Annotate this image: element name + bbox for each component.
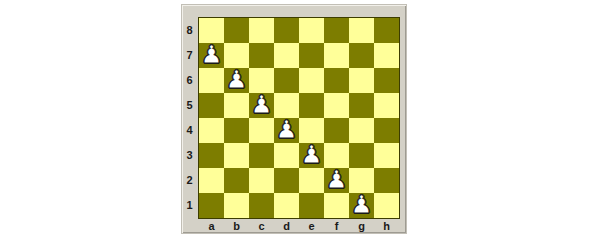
square-f8[interactable] — [324, 18, 349, 43]
square-h5[interactable] — [374, 93, 399, 118]
square-b6[interactable]: ♟ — [224, 68, 249, 93]
square-g6[interactable] — [349, 68, 374, 93]
square-b2[interactable] — [224, 168, 249, 193]
square-g8[interactable] — [349, 18, 374, 43]
square-e5[interactable] — [299, 93, 324, 118]
white-pawn[interactable]: ♟ — [249, 90, 274, 118]
white-pawn[interactable]: ♟ — [274, 115, 299, 143]
rank-labels: 87654321 — [182, 18, 198, 218]
file-label-f: f — [324, 219, 349, 234]
square-g1[interactable]: ♟ — [349, 193, 374, 218]
rank-label-7: 7 — [182, 43, 197, 68]
square-c2[interactable] — [249, 168, 274, 193]
square-e1[interactable] — [299, 193, 324, 218]
square-e8[interactable] — [299, 18, 324, 43]
file-label-e: e — [299, 219, 324, 234]
square-f2[interactable]: ♟ — [324, 168, 349, 193]
rank-label-6: 6 — [182, 68, 197, 93]
white-pawn[interactable]: ♟ — [199, 40, 224, 68]
square-h6[interactable] — [374, 68, 399, 93]
file-label-b: b — [224, 219, 249, 234]
square-b4[interactable] — [224, 118, 249, 143]
file-label-d: d — [274, 219, 299, 234]
square-d6[interactable] — [274, 68, 299, 93]
square-c5[interactable]: ♟ — [249, 93, 274, 118]
rank-label-8: 8 — [182, 18, 197, 43]
square-a4[interactable] — [199, 118, 224, 143]
square-f5[interactable] — [324, 93, 349, 118]
square-a7[interactable]: ♟ — [199, 43, 224, 68]
rank-label-3: 3 — [182, 143, 197, 168]
square-h3[interactable] — [374, 143, 399, 168]
square-d1[interactable] — [274, 193, 299, 218]
white-pawn[interactable]: ♟ — [349, 190, 374, 218]
square-f4[interactable] — [324, 118, 349, 143]
white-pawn[interactable]: ♟ — [299, 140, 324, 168]
square-c7[interactable] — [249, 43, 274, 68]
square-h2[interactable] — [374, 168, 399, 193]
square-a1[interactable] — [199, 193, 224, 218]
square-e7[interactable] — [299, 43, 324, 68]
rank-label-4: 4 — [182, 118, 197, 143]
file-label-g: g — [349, 219, 374, 234]
square-a5[interactable] — [199, 93, 224, 118]
square-h1[interactable] — [374, 193, 399, 218]
square-f7[interactable] — [324, 43, 349, 68]
square-d2[interactable] — [274, 168, 299, 193]
square-g7[interactable] — [349, 43, 374, 68]
white-pawn[interactable]: ♟ — [324, 165, 349, 193]
file-label-h: h — [374, 219, 399, 234]
square-e2[interactable] — [299, 168, 324, 193]
square-b1[interactable] — [224, 193, 249, 218]
square-a2[interactable] — [199, 168, 224, 193]
square-g3[interactable] — [349, 143, 374, 168]
square-a3[interactable] — [199, 143, 224, 168]
square-h8[interactable] — [374, 18, 399, 43]
square-c1[interactable] — [249, 193, 274, 218]
square-b3[interactable] — [224, 143, 249, 168]
rank-label-5: 5 — [182, 93, 197, 118]
square-e3[interactable]: ♟ — [299, 143, 324, 168]
file-labels: abcdefgh — [199, 219, 399, 234]
file-label-c: c — [249, 219, 274, 234]
square-d4[interactable]: ♟ — [274, 118, 299, 143]
square-g5[interactable] — [349, 93, 374, 118]
white-pawn[interactable]: ♟ — [224, 65, 249, 93]
square-d7[interactable] — [274, 43, 299, 68]
square-c8[interactable] — [249, 18, 274, 43]
rank-label-2: 2 — [182, 168, 197, 193]
square-f6[interactable] — [324, 68, 349, 93]
file-label-a: a — [199, 219, 224, 234]
square-f1[interactable] — [324, 193, 349, 218]
square-b8[interactable] — [224, 18, 249, 43]
square-b5[interactable] — [224, 93, 249, 118]
square-c3[interactable] — [249, 143, 274, 168]
square-a6[interactable] — [199, 68, 224, 93]
square-d8[interactable] — [274, 18, 299, 43]
square-d3[interactable] — [274, 143, 299, 168]
page-background: 87654321 ♟♟♟♟♟♟♟ abcdefgh — [0, 0, 591, 237]
chess-board-frame: 87654321 ♟♟♟♟♟♟♟ abcdefgh — [181, 4, 407, 234]
square-h4[interactable] — [374, 118, 399, 143]
square-c4[interactable] — [249, 118, 274, 143]
square-e6[interactable] — [299, 68, 324, 93]
square-g4[interactable] — [349, 118, 374, 143]
chess-board: ♟♟♟♟♟♟♟ — [198, 17, 400, 219]
rank-label-1: 1 — [182, 193, 197, 218]
square-h7[interactable] — [374, 43, 399, 68]
